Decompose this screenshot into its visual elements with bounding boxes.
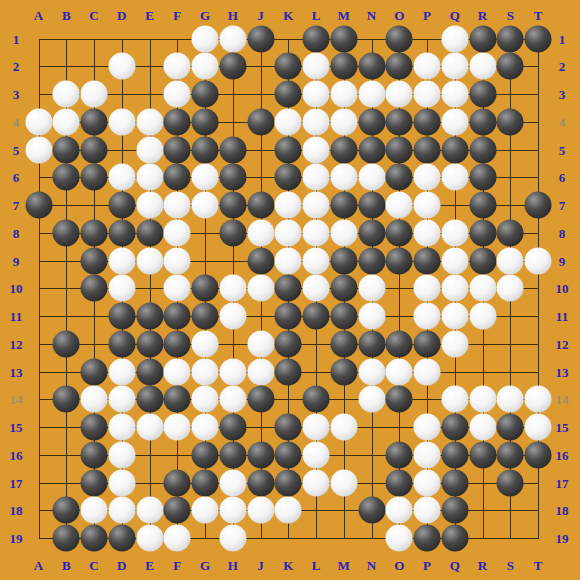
black-stone[interactable] xyxy=(275,275,302,302)
black-stone[interactable] xyxy=(330,330,357,357)
black-stone[interactable] xyxy=(136,386,163,413)
black-stone[interactable] xyxy=(386,53,413,80)
black-stone[interactable] xyxy=(136,358,163,385)
row-label-left: 6 xyxy=(13,171,20,184)
white-stone[interactable] xyxy=(247,219,274,246)
black-stone[interactable] xyxy=(386,25,413,52)
white-stone[interactable] xyxy=(108,108,135,135)
black-stone[interactable] xyxy=(525,192,552,219)
black-stone[interactable] xyxy=(275,330,302,357)
white-stone[interactable] xyxy=(25,108,52,135)
black-stone[interactable] xyxy=(441,469,468,496)
white-stone[interactable] xyxy=(441,219,468,246)
black-stone[interactable] xyxy=(497,108,524,135)
black-stone[interactable] xyxy=(441,414,468,441)
white-stone[interactable] xyxy=(469,275,496,302)
white-stone[interactable] xyxy=(330,414,357,441)
column-label-bottom: J xyxy=(257,559,264,572)
white-stone[interactable] xyxy=(275,219,302,246)
row-label-left: 14 xyxy=(10,393,23,406)
white-stone[interactable] xyxy=(136,525,163,552)
black-stone[interactable] xyxy=(275,303,302,330)
white-stone[interactable] xyxy=(497,247,524,274)
white-stone[interactable] xyxy=(247,358,274,385)
row-label-right: 17 xyxy=(556,476,569,489)
column-label-bottom: A xyxy=(34,559,43,572)
white-stone[interactable] xyxy=(108,275,135,302)
white-stone[interactable] xyxy=(164,358,191,385)
black-stone[interactable] xyxy=(414,108,441,135)
black-stone[interactable] xyxy=(469,81,496,108)
black-stone[interactable] xyxy=(164,136,191,163)
black-stone[interactable] xyxy=(219,414,246,441)
white-stone[interactable] xyxy=(497,275,524,302)
black-stone[interactable] xyxy=(108,303,135,330)
white-stone[interactable] xyxy=(330,81,357,108)
black-stone[interactable] xyxy=(386,330,413,357)
column-label-bottom: N xyxy=(367,559,376,572)
black-stone[interactable] xyxy=(414,247,441,274)
black-stone[interactable] xyxy=(303,386,330,413)
white-stone[interactable] xyxy=(303,164,330,191)
black-stone[interactable] xyxy=(358,497,385,524)
white-stone[interactable] xyxy=(136,164,163,191)
column-label-bottom: G xyxy=(200,559,210,572)
white-stone[interactable] xyxy=(414,164,441,191)
white-stone[interactable] xyxy=(525,247,552,274)
black-stone[interactable] xyxy=(25,192,52,219)
white-stone[interactable] xyxy=(303,81,330,108)
black-stone[interactable] xyxy=(469,25,496,52)
black-stone[interactable] xyxy=(497,469,524,496)
black-stone[interactable] xyxy=(330,303,357,330)
white-stone[interactable] xyxy=(330,469,357,496)
column-label-bottom: B xyxy=(62,559,71,572)
black-stone[interactable] xyxy=(414,136,441,163)
white-stone[interactable] xyxy=(136,497,163,524)
white-stone[interactable] xyxy=(164,247,191,274)
white-stone[interactable] xyxy=(108,469,135,496)
black-stone[interactable] xyxy=(330,358,357,385)
black-stone[interactable] xyxy=(164,497,191,524)
white-stone[interactable] xyxy=(386,358,413,385)
column-label-top: L xyxy=(312,9,321,22)
black-stone[interactable] xyxy=(275,414,302,441)
black-stone[interactable] xyxy=(497,414,524,441)
black-stone[interactable] xyxy=(81,275,108,302)
black-stone[interactable] xyxy=(525,25,552,52)
white-stone[interactable] xyxy=(192,497,219,524)
black-stone[interactable] xyxy=(108,525,135,552)
black-stone[interactable] xyxy=(330,136,357,163)
black-stone[interactable] xyxy=(358,247,385,274)
black-stone[interactable] xyxy=(53,136,80,163)
black-stone[interactable] xyxy=(53,525,80,552)
black-stone[interactable] xyxy=(275,81,302,108)
white-stone[interactable] xyxy=(275,192,302,219)
black-stone[interactable] xyxy=(53,164,80,191)
white-stone[interactable] xyxy=(386,497,413,524)
black-stone[interactable] xyxy=(136,330,163,357)
white-stone[interactable] xyxy=(192,386,219,413)
black-stone[interactable] xyxy=(497,53,524,80)
black-stone[interactable] xyxy=(164,164,191,191)
white-stone[interactable] xyxy=(358,164,385,191)
black-stone[interactable] xyxy=(358,136,385,163)
white-stone[interactable] xyxy=(164,414,191,441)
column-label-top: B xyxy=(62,9,71,22)
white-stone[interactable] xyxy=(108,247,135,274)
black-stone[interactable] xyxy=(53,497,80,524)
white-stone[interactable] xyxy=(414,414,441,441)
white-stone[interactable] xyxy=(441,25,468,52)
white-stone[interactable] xyxy=(164,219,191,246)
white-stone[interactable] xyxy=(192,414,219,441)
white-stone[interactable] xyxy=(497,386,524,413)
white-stone[interactable] xyxy=(303,441,330,468)
white-stone[interactable] xyxy=(330,164,357,191)
black-stone[interactable] xyxy=(247,441,274,468)
column-label-top: K xyxy=(283,9,293,22)
black-stone[interactable] xyxy=(275,53,302,80)
white-stone[interactable] xyxy=(275,247,302,274)
white-stone[interactable] xyxy=(358,358,385,385)
white-stone[interactable] xyxy=(81,497,108,524)
column-label-top: N xyxy=(367,9,376,22)
black-stone[interactable] xyxy=(469,108,496,135)
go-board[interactable]: AABBCCDDEEFFGGHHJJKKLLMMNNOOPPQQRRSSTT11… xyxy=(0,0,580,580)
white-stone[interactable] xyxy=(303,469,330,496)
black-stone[interactable] xyxy=(275,441,302,468)
black-stone[interactable] xyxy=(330,53,357,80)
column-label-top: E xyxy=(145,9,154,22)
black-stone[interactable] xyxy=(192,81,219,108)
black-stone[interactable] xyxy=(469,219,496,246)
white-stone[interactable] xyxy=(108,53,135,80)
black-stone[interactable] xyxy=(386,136,413,163)
black-stone[interactable] xyxy=(441,525,468,552)
white-stone[interactable] xyxy=(136,247,163,274)
white-stone[interactable] xyxy=(441,330,468,357)
row-label-right: 16 xyxy=(556,448,569,461)
column-label-bottom: R xyxy=(478,559,487,572)
row-label-right: 3 xyxy=(559,88,566,101)
black-stone[interactable] xyxy=(330,275,357,302)
black-stone[interactable] xyxy=(136,219,163,246)
black-stone[interactable] xyxy=(469,441,496,468)
white-stone[interactable] xyxy=(358,81,385,108)
white-stone[interactable] xyxy=(108,386,135,413)
white-stone[interactable] xyxy=(192,192,219,219)
white-stone[interactable] xyxy=(164,81,191,108)
white-stone[interactable] xyxy=(441,164,468,191)
white-stone[interactable] xyxy=(525,414,552,441)
white-stone[interactable] xyxy=(414,358,441,385)
white-stone[interactable] xyxy=(330,108,357,135)
black-stone[interactable] xyxy=(303,303,330,330)
black-stone[interactable] xyxy=(358,108,385,135)
white-stone[interactable] xyxy=(275,497,302,524)
white-stone[interactable] xyxy=(164,192,191,219)
row-label-right: 19 xyxy=(556,532,569,545)
row-label-left: 8 xyxy=(13,226,20,239)
white-stone[interactable] xyxy=(303,136,330,163)
black-stone[interactable] xyxy=(497,441,524,468)
white-stone[interactable] xyxy=(108,414,135,441)
black-stone[interactable] xyxy=(386,469,413,496)
black-stone[interactable] xyxy=(164,330,191,357)
black-stone[interactable] xyxy=(386,164,413,191)
row-label-left: 9 xyxy=(13,254,20,267)
row-label-left: 3 xyxy=(13,88,20,101)
white-stone[interactable] xyxy=(414,303,441,330)
white-stone[interactable] xyxy=(81,81,108,108)
black-stone[interactable] xyxy=(192,136,219,163)
white-stone[interactable] xyxy=(219,303,246,330)
black-stone[interactable] xyxy=(81,358,108,385)
white-stone[interactable] xyxy=(108,497,135,524)
white-stone[interactable] xyxy=(136,108,163,135)
black-stone[interactable] xyxy=(219,164,246,191)
black-stone[interactable] xyxy=(358,219,385,246)
white-stone[interactable] xyxy=(358,275,385,302)
black-stone[interactable] xyxy=(53,330,80,357)
white-stone[interactable] xyxy=(469,386,496,413)
black-stone[interactable] xyxy=(108,192,135,219)
black-stone[interactable] xyxy=(358,192,385,219)
white-stone[interactable] xyxy=(469,53,496,80)
row-label-left: 10 xyxy=(10,282,23,295)
white-stone[interactable] xyxy=(330,219,357,246)
white-stone[interactable] xyxy=(525,386,552,413)
black-stone[interactable] xyxy=(414,525,441,552)
white-stone[interactable] xyxy=(192,358,219,385)
white-stone[interactable] xyxy=(192,330,219,357)
black-stone[interactable] xyxy=(81,414,108,441)
black-stone[interactable] xyxy=(192,275,219,302)
row-label-right: 13 xyxy=(556,365,569,378)
white-stone[interactable] xyxy=(219,497,246,524)
black-stone[interactable] xyxy=(192,469,219,496)
white-stone[interactable] xyxy=(303,192,330,219)
black-stone[interactable] xyxy=(219,219,246,246)
white-stone[interactable] xyxy=(358,386,385,413)
black-stone[interactable] xyxy=(247,25,274,52)
white-stone[interactable] xyxy=(414,53,441,80)
white-stone[interactable] xyxy=(219,25,246,52)
column-label-top: A xyxy=(34,9,43,22)
column-label-bottom: C xyxy=(89,559,98,572)
black-stone[interactable] xyxy=(441,136,468,163)
black-stone[interactable] xyxy=(247,247,274,274)
white-stone[interactable] xyxy=(219,386,246,413)
white-stone[interactable] xyxy=(469,303,496,330)
white-stone[interactable] xyxy=(164,275,191,302)
row-label-right: 15 xyxy=(556,421,569,434)
white-stone[interactable] xyxy=(386,81,413,108)
black-stone[interactable] xyxy=(164,469,191,496)
white-stone[interactable] xyxy=(441,81,468,108)
white-stone[interactable] xyxy=(192,53,219,80)
black-stone[interactable] xyxy=(81,525,108,552)
white-stone[interactable] xyxy=(414,497,441,524)
row-label-left: 7 xyxy=(13,199,20,212)
white-stone[interactable] xyxy=(219,525,246,552)
white-stone[interactable] xyxy=(136,192,163,219)
black-stone[interactable] xyxy=(303,25,330,52)
column-label-bottom: H xyxy=(228,559,238,572)
column-label-top: F xyxy=(173,9,181,22)
black-stone[interactable] xyxy=(441,441,468,468)
column-label-top: O xyxy=(394,9,404,22)
black-stone[interactable] xyxy=(386,386,413,413)
white-stone[interactable] xyxy=(414,469,441,496)
white-stone[interactable] xyxy=(247,275,274,302)
white-stone[interactable] xyxy=(164,53,191,80)
black-stone[interactable] xyxy=(81,441,108,468)
black-stone[interactable] xyxy=(247,469,274,496)
white-stone[interactable] xyxy=(441,108,468,135)
white-stone[interactable] xyxy=(303,247,330,274)
white-stone[interactable] xyxy=(275,108,302,135)
black-stone[interactable] xyxy=(81,108,108,135)
column-label-bottom: T xyxy=(534,559,543,572)
white-stone[interactable] xyxy=(219,275,246,302)
black-stone[interactable] xyxy=(164,386,191,413)
black-stone[interactable] xyxy=(330,192,357,219)
black-stone[interactable] xyxy=(469,164,496,191)
white-stone[interactable] xyxy=(53,108,80,135)
column-label-top: R xyxy=(478,9,487,22)
black-stone[interactable] xyxy=(247,192,274,219)
white-stone[interactable] xyxy=(219,358,246,385)
row-label-right: 10 xyxy=(556,282,569,295)
row-label-left: 15 xyxy=(10,421,23,434)
black-stone[interactable] xyxy=(358,330,385,357)
row-label-left: 19 xyxy=(10,532,23,545)
black-stone[interactable] xyxy=(219,53,246,80)
black-stone[interactable] xyxy=(136,303,163,330)
black-stone[interactable] xyxy=(192,108,219,135)
column-label-bottom: E xyxy=(145,559,154,572)
row-label-right: 5 xyxy=(559,143,566,156)
black-stone[interactable] xyxy=(192,441,219,468)
black-stone[interactable] xyxy=(53,386,80,413)
white-stone[interactable] xyxy=(247,497,274,524)
white-stone[interactable] xyxy=(303,275,330,302)
white-stone[interactable] xyxy=(414,275,441,302)
black-stone[interactable] xyxy=(469,192,496,219)
white-stone[interactable] xyxy=(81,386,108,413)
black-stone[interactable] xyxy=(108,219,135,246)
white-stone[interactable] xyxy=(414,219,441,246)
white-stone[interactable] xyxy=(303,414,330,441)
white-stone[interactable] xyxy=(164,525,191,552)
black-stone[interactable] xyxy=(386,219,413,246)
black-stone[interactable] xyxy=(247,108,274,135)
white-stone[interactable] xyxy=(358,303,385,330)
black-stone[interactable] xyxy=(81,247,108,274)
white-stone[interactable] xyxy=(441,275,468,302)
white-stone[interactable] xyxy=(386,192,413,219)
black-stone[interactable] xyxy=(247,386,274,413)
black-stone[interactable] xyxy=(414,330,441,357)
row-label-left: 1 xyxy=(13,32,20,45)
white-stone[interactable] xyxy=(25,136,52,163)
black-stone[interactable] xyxy=(81,219,108,246)
black-stone[interactable] xyxy=(81,164,108,191)
black-stone[interactable] xyxy=(441,497,468,524)
black-stone[interactable] xyxy=(330,25,357,52)
white-stone[interactable] xyxy=(386,525,413,552)
black-stone[interactable] xyxy=(219,192,246,219)
white-stone[interactable] xyxy=(414,81,441,108)
white-stone[interactable] xyxy=(303,219,330,246)
black-stone[interactable] xyxy=(386,247,413,274)
white-stone[interactable] xyxy=(441,386,468,413)
black-stone[interactable] xyxy=(497,219,524,246)
white-stone[interactable] xyxy=(136,414,163,441)
black-stone[interactable] xyxy=(108,330,135,357)
black-stone[interactable] xyxy=(81,469,108,496)
black-stone[interactable] xyxy=(358,53,385,80)
black-stone[interactable] xyxy=(219,136,246,163)
white-stone[interactable] xyxy=(136,136,163,163)
white-stone[interactable] xyxy=(219,469,246,496)
black-stone[interactable] xyxy=(330,247,357,274)
column-label-bottom: D xyxy=(117,559,126,572)
white-stone[interactable] xyxy=(108,358,135,385)
black-stone[interactable] xyxy=(219,441,246,468)
white-stone[interactable] xyxy=(192,164,219,191)
row-label-left: 17 xyxy=(10,476,23,489)
black-stone[interactable] xyxy=(275,136,302,163)
white-stone[interactable] xyxy=(441,53,468,80)
black-stone[interactable] xyxy=(164,303,191,330)
white-stone[interactable] xyxy=(53,81,80,108)
white-stone[interactable] xyxy=(441,247,468,274)
black-stone[interactable] xyxy=(275,469,302,496)
white-stone[interactable] xyxy=(303,108,330,135)
column-label-top: P xyxy=(423,9,431,22)
column-label-bottom: S xyxy=(507,559,514,572)
black-stone[interactable] xyxy=(81,136,108,163)
white-stone[interactable] xyxy=(414,192,441,219)
white-stone[interactable] xyxy=(303,53,330,80)
white-stone[interactable] xyxy=(192,25,219,52)
black-stone[interactable] xyxy=(192,303,219,330)
white-stone[interactable] xyxy=(108,441,135,468)
white-stone[interactable] xyxy=(414,441,441,468)
white-stone[interactable] xyxy=(441,303,468,330)
black-stone[interactable] xyxy=(53,219,80,246)
white-stone[interactable] xyxy=(108,164,135,191)
row-label-left: 16 xyxy=(10,448,23,461)
black-stone[interactable] xyxy=(275,358,302,385)
black-stone[interactable] xyxy=(275,164,302,191)
black-stone[interactable] xyxy=(386,108,413,135)
row-label-right: 12 xyxy=(556,337,569,350)
black-stone[interactable] xyxy=(525,441,552,468)
black-stone[interactable] xyxy=(497,25,524,52)
black-stone[interactable] xyxy=(469,136,496,163)
black-stone[interactable] xyxy=(386,441,413,468)
black-stone[interactable] xyxy=(164,108,191,135)
white-stone[interactable] xyxy=(469,414,496,441)
row-label-right: 4 xyxy=(559,115,566,128)
white-stone[interactable] xyxy=(247,330,274,357)
black-stone[interactable] xyxy=(469,247,496,274)
